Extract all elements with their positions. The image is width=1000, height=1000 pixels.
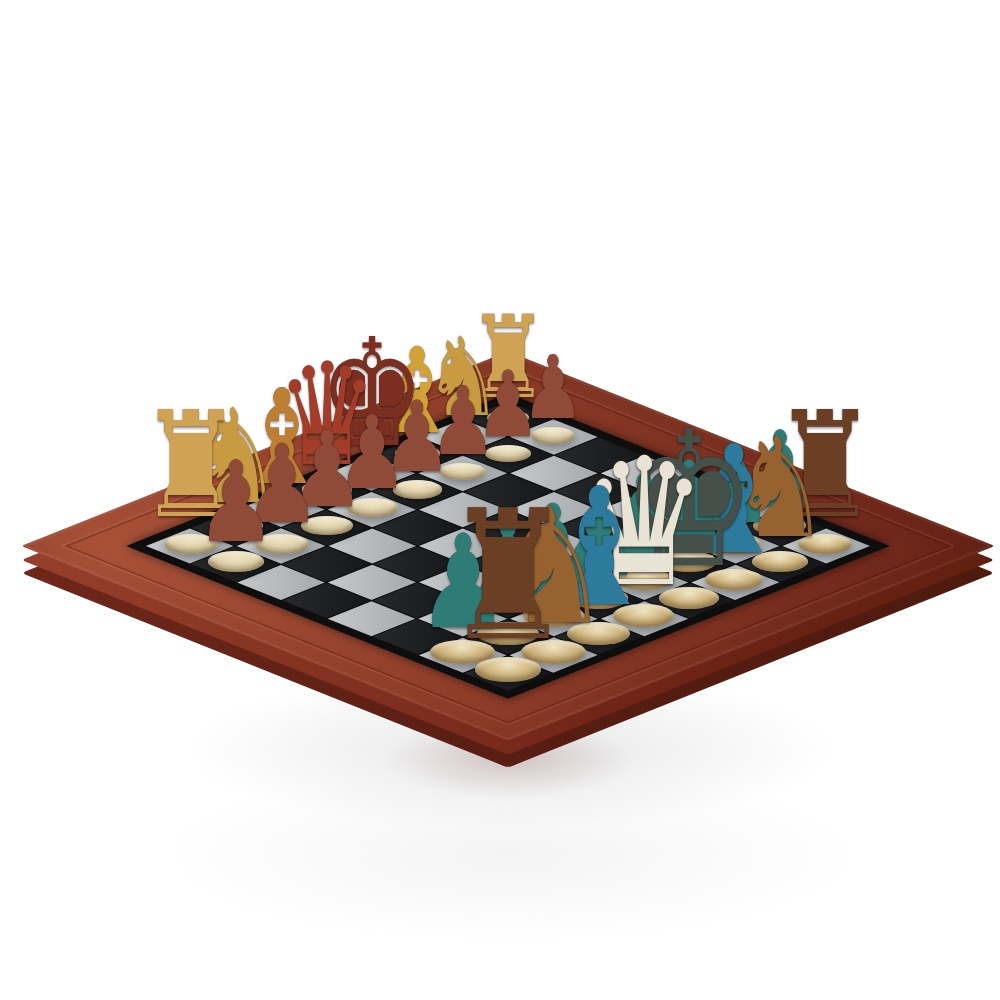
rook-glyph: ♜: [348, 486, 668, 666]
pieces-layer: ♜♞♝♛♚♝♞♜♟♟♟♟♟♟♟♟♟♟♟♟♟♟♟♟♜♞♝♛♚♝♞♜: [0, 0, 1000, 1000]
board-reflection: [40, 740, 980, 970]
product-photo: ♜♞♝♛♚♝♞♜♟♟♟♟♟♟♟♟♟♟♟♟♟♟♟♟♜♞♝♛♚♝♞♜: [0, 0, 1000, 1000]
